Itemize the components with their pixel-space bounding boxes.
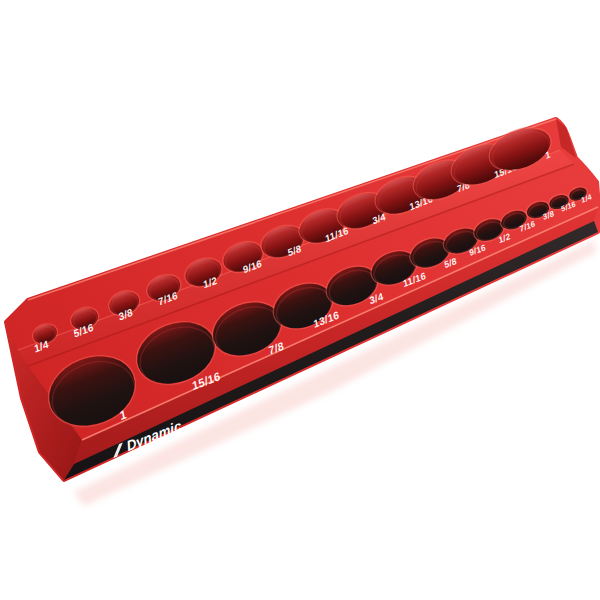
socket-organizer-tray: 1/45/163/87/161/29/165/811/163/413/167/8… [0,0,600,600]
product-photo: 1/45/163/87/161/29/165/811/163/413/167/8… [0,0,600,600]
